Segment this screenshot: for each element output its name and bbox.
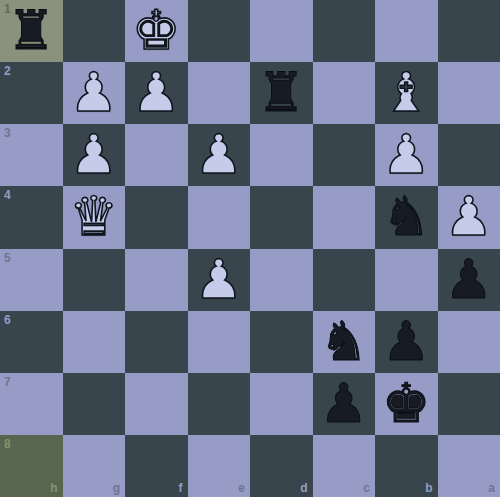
rank-label-4: 4 <box>4 189 11 201</box>
white-bishop[interactable]: ♝ <box>382 62 430 124</box>
square-f3[interactable] <box>125 124 188 186</box>
square-c8[interactable]: c <box>313 435 376 497</box>
rank-label-8: 8 <box>4 438 11 450</box>
square-g8[interactable]: g <box>63 435 126 497</box>
square-h3[interactable]: 3 <box>0 124 63 186</box>
square-c7[interactable]: ♟ <box>313 373 376 435</box>
square-f1[interactable]: ♚ <box>125 0 188 62</box>
square-e6[interactable] <box>188 311 251 373</box>
square-a8[interactable]: a <box>438 435 500 497</box>
white-pawn[interactable]: ♟ <box>70 62 118 124</box>
square-b5[interactable] <box>375 249 438 311</box>
square-b3[interactable]: ♟ <box>375 124 438 186</box>
square-h7[interactable]: 7 <box>0 373 63 435</box>
square-g3[interactable]: ♟ <box>63 124 126 186</box>
square-d3[interactable] <box>250 124 313 186</box>
square-b4[interactable]: ♞ <box>375 186 438 248</box>
square-h1[interactable]: ♜1 <box>0 0 63 62</box>
square-c1[interactable] <box>313 0 376 62</box>
square-e4[interactable] <box>188 186 251 248</box>
white-pawn[interactable]: ♟ <box>445 186 493 248</box>
white-pawn[interactable]: ♟ <box>195 124 243 186</box>
square-e7[interactable] <box>188 373 251 435</box>
square-c6[interactable]: ♞ <box>313 311 376 373</box>
square-f6[interactable] <box>125 311 188 373</box>
square-b7[interactable]: ♚ <box>375 373 438 435</box>
file-label-d: d <box>300 482 307 494</box>
square-b8[interactable]: b <box>375 435 438 497</box>
file-label-h: h <box>50 482 57 494</box>
rank-label-7: 7 <box>4 376 11 388</box>
square-a6[interactable] <box>438 311 500 373</box>
square-h2[interactable]: 2 <box>0 62 63 124</box>
square-e2[interactable] <box>188 62 251 124</box>
black-knight[interactable]: ♞ <box>320 311 368 373</box>
black-pawn[interactable]: ♟ <box>320 373 368 435</box>
square-f2[interactable]: ♟ <box>125 62 188 124</box>
file-label-e: e <box>238 482 245 494</box>
square-c2[interactable] <box>313 62 376 124</box>
white-pawn[interactable]: ♟ <box>132 62 180 124</box>
square-d6[interactable] <box>250 311 313 373</box>
white-pawn[interactable]: ♟ <box>195 249 243 311</box>
square-h6[interactable]: 6 <box>0 311 63 373</box>
square-h8[interactable]: 8h <box>0 435 63 497</box>
square-e3[interactable]: ♟ <box>188 124 251 186</box>
square-b6[interactable]: ♟ <box>375 311 438 373</box>
file-label-f: f <box>179 482 183 494</box>
rank-label-5: 5 <box>4 252 11 264</box>
square-h5[interactable]: 5 <box>0 249 63 311</box>
black-rook[interactable]: ♜ <box>7 0 55 62</box>
white-pawn[interactable]: ♟ <box>70 124 118 186</box>
square-e1[interactable] <box>188 0 251 62</box>
black-king[interactable]: ♚ <box>382 373 430 435</box>
square-g2[interactable]: ♟ <box>63 62 126 124</box>
square-d7[interactable] <box>250 373 313 435</box>
file-label-g: g <box>113 482 120 494</box>
rank-label-2: 2 <box>4 65 11 77</box>
square-c5[interactable] <box>313 249 376 311</box>
square-b2[interactable]: ♝ <box>375 62 438 124</box>
square-c3[interactable] <box>313 124 376 186</box>
square-f8[interactable]: f <box>125 435 188 497</box>
square-g4[interactable]: ♛ <box>63 186 126 248</box>
rank-label-6: 6 <box>4 314 11 326</box>
square-d1[interactable] <box>250 0 313 62</box>
file-label-a: a <box>488 482 495 494</box>
square-a2[interactable] <box>438 62 500 124</box>
square-g6[interactable] <box>63 311 126 373</box>
white-pawn[interactable]: ♟ <box>382 124 430 186</box>
square-d2[interactable]: ♜ <box>250 62 313 124</box>
square-c4[interactable] <box>313 186 376 248</box>
square-a3[interactable] <box>438 124 500 186</box>
black-knight[interactable]: ♞ <box>382 186 430 248</box>
chess-board: ♜1♚2♟♟♜♝3♟♟♟4♛♞♟5♟♟6♞♟7♟♚8hgfedcba <box>0 0 500 497</box>
square-g1[interactable] <box>63 0 126 62</box>
white-queen[interactable]: ♛ <box>70 186 118 248</box>
square-e5[interactable]: ♟ <box>188 249 251 311</box>
square-a5[interactable]: ♟ <box>438 249 500 311</box>
black-rook[interactable]: ♜ <box>257 62 305 124</box>
square-d5[interactable] <box>250 249 313 311</box>
square-a1[interactable] <box>438 0 500 62</box>
square-f7[interactable] <box>125 373 188 435</box>
square-g5[interactable] <box>63 249 126 311</box>
rank-label-3: 3 <box>4 127 11 139</box>
black-pawn[interactable]: ♟ <box>382 311 430 373</box>
file-label-c: c <box>363 482 370 494</box>
file-label-b: b <box>425 482 432 494</box>
square-f4[interactable] <box>125 186 188 248</box>
square-e8[interactable]: e <box>188 435 251 497</box>
square-g7[interactable] <box>63 373 126 435</box>
square-b1[interactable] <box>375 0 438 62</box>
black-pawn[interactable]: ♟ <box>445 249 493 311</box>
square-f5[interactable] <box>125 249 188 311</box>
square-h4[interactable]: 4 <box>0 186 63 248</box>
square-d4[interactable] <box>250 186 313 248</box>
white-king[interactable]: ♚ <box>132 0 180 62</box>
square-a7[interactable] <box>438 373 500 435</box>
square-d8[interactable]: d <box>250 435 313 497</box>
square-a4[interactable]: ♟ <box>438 186 500 248</box>
